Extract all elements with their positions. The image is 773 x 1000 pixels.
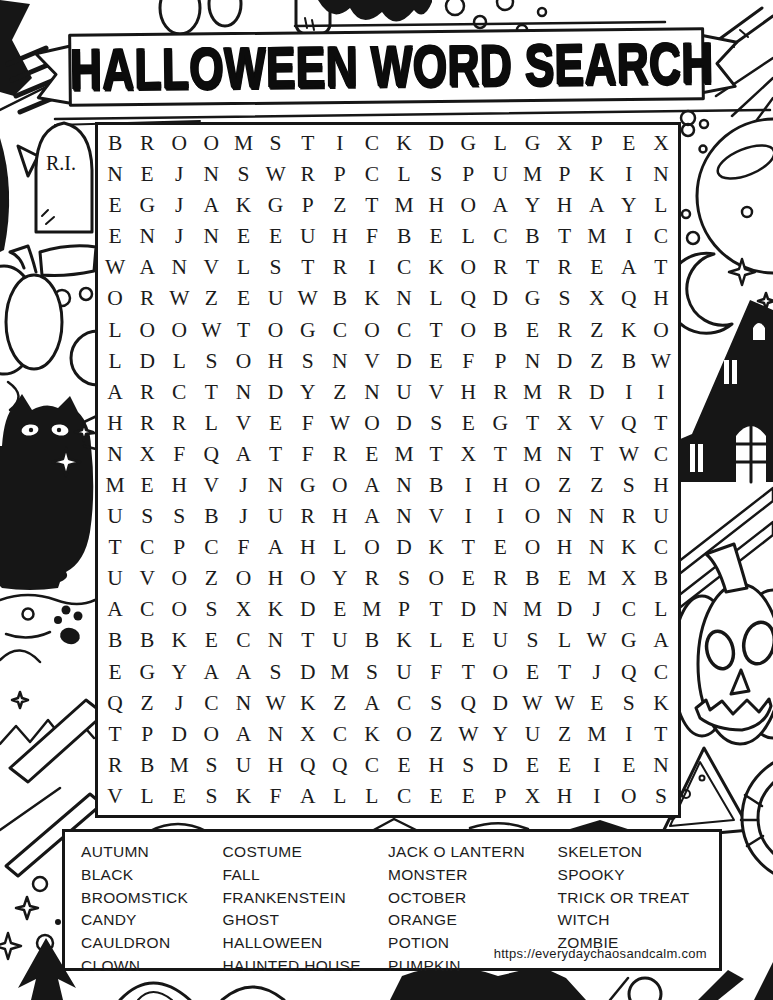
- grid-cell: U: [260, 501, 292, 532]
- grid-cell: E: [613, 128, 645, 159]
- word-list-item: COSTUME: [223, 841, 388, 864]
- grid-cell: S: [388, 563, 420, 594]
- black-cat-doodle: [0, 394, 103, 590]
- grid-cell: S: [260, 128, 292, 159]
- grid-cell: E: [420, 781, 452, 812]
- grid-cell: I: [484, 501, 516, 532]
- grid-cell: O: [516, 501, 548, 532]
- grid-cell: O: [613, 781, 645, 812]
- word-list-item: HALLOWEEN: [223, 932, 388, 955]
- grid-cell: B: [516, 221, 548, 252]
- grid-cell: F: [292, 439, 324, 470]
- grid-cell: M: [581, 221, 613, 252]
- grid-cell: V: [195, 252, 227, 283]
- grid-cell: Z: [324, 190, 356, 221]
- grid-cell: C: [388, 315, 420, 346]
- grid-cell: C: [356, 159, 388, 190]
- grid-cell: E: [613, 750, 645, 781]
- grid-cell: H: [163, 470, 195, 501]
- grid-cell: B: [388, 221, 420, 252]
- grid-cell: B: [484, 315, 516, 346]
- grid-cell: D: [260, 377, 292, 408]
- grid-cell: D: [581, 377, 613, 408]
- grid-cell: K: [388, 128, 420, 159]
- grid-cell: Z: [581, 315, 613, 346]
- grid-cell: R: [163, 408, 195, 439]
- grid-cell: U: [388, 657, 420, 688]
- grid-cell: N: [581, 532, 613, 563]
- grid-cell: N: [388, 501, 420, 532]
- grid-cell: R: [549, 315, 581, 346]
- grid-cell: O: [195, 719, 227, 750]
- page-title: HALLOWEEN WORD SEARCH: [70, 30, 704, 103]
- grid-cell: E: [195, 625, 227, 656]
- word-list-item: BROOMSTICK: [81, 887, 223, 910]
- grid-cell: X: [645, 128, 677, 159]
- grid-cell: E: [420, 221, 452, 252]
- grid-cell: N: [645, 750, 677, 781]
- grid-cell: T: [292, 128, 324, 159]
- grid-cell: L: [99, 346, 131, 377]
- grid-cell: O: [163, 128, 195, 159]
- grid-cell: S: [163, 501, 195, 532]
- grid-cell: I: [645, 377, 677, 408]
- grid-cell: O: [131, 315, 163, 346]
- grid-cell: H: [99, 408, 131, 439]
- grid-cell: S: [613, 688, 645, 719]
- grid-cell: R: [484, 377, 516, 408]
- grid-cell: Q: [195, 439, 227, 470]
- grid-cell: T: [227, 315, 259, 346]
- grid-cell: O: [99, 283, 131, 314]
- grid-cell: Y: [484, 719, 516, 750]
- website-url: https://everydaychaosandcalm.com: [494, 946, 707, 961]
- grid-cell: H: [260, 750, 292, 781]
- grid-cell: T: [549, 221, 581, 252]
- grid-cell: V: [131, 563, 163, 594]
- grid-cell: R: [324, 252, 356, 283]
- grid-cell: S: [452, 750, 484, 781]
- grid-cell: E: [356, 439, 388, 470]
- grid-cell: P: [484, 781, 516, 812]
- grid-cell: O: [452, 315, 484, 346]
- grid-cell: Z: [549, 470, 581, 501]
- grid-cell: D: [292, 657, 324, 688]
- grid-cell: I: [613, 719, 645, 750]
- grid-cell: G: [613, 625, 645, 656]
- grid-cell: E: [420, 346, 452, 377]
- grid-cell: M: [99, 470, 131, 501]
- grid-cell: H: [452, 377, 484, 408]
- grid-cell: H: [484, 470, 516, 501]
- grid-cell: M: [581, 719, 613, 750]
- word-list-column: AUTUMNBLACKBROOMSTICKCANDYCAULDRONCLOWN: [81, 841, 223, 978]
- grid-cell: N: [131, 221, 163, 252]
- grid-cell: N: [195, 221, 227, 252]
- word-list-item: WITCH: [558, 909, 720, 932]
- grid-cell: Y: [324, 563, 356, 594]
- grid-cell: Q: [613, 408, 645, 439]
- grid-cell: I: [452, 470, 484, 501]
- grid-cell: L: [356, 781, 388, 812]
- grid-cell: G: [260, 190, 292, 221]
- grid-cell: X: [613, 563, 645, 594]
- grid-cell: O: [324, 470, 356, 501]
- grid-cell: D: [163, 719, 195, 750]
- grid-cell: F: [163, 439, 195, 470]
- grid-cell: H: [549, 532, 581, 563]
- grid-cell: H: [645, 470, 677, 501]
- grid-cell: X: [581, 283, 613, 314]
- word-list-item: GHOST: [223, 909, 388, 932]
- grid-cell: C: [388, 688, 420, 719]
- grid-cell: R: [484, 563, 516, 594]
- grid-cell: E: [549, 563, 581, 594]
- grid-cell: O: [452, 190, 484, 221]
- grid-cell: B: [613, 346, 645, 377]
- grid-cell: R: [131, 128, 163, 159]
- left-edge-sliver: [0, 138, 9, 252]
- grid-cell: A: [260, 532, 292, 563]
- grid-cell: N: [260, 719, 292, 750]
- grid-cell: E: [260, 408, 292, 439]
- grid-cell: C: [645, 439, 677, 470]
- grid-cell: E: [452, 408, 484, 439]
- grid-cell: V: [195, 470, 227, 501]
- grid-cell: O: [645, 315, 677, 346]
- grid-cell: C: [195, 532, 227, 563]
- grid-cell: J: [227, 501, 259, 532]
- grid-cell: K: [163, 625, 195, 656]
- grid-cell: N: [260, 470, 292, 501]
- grid-cell: D: [388, 408, 420, 439]
- word-list-item: ORANGE: [388, 909, 557, 932]
- grid-cell: Y: [163, 657, 195, 688]
- grid-cell: N: [163, 252, 195, 283]
- grid-cell: L: [99, 315, 131, 346]
- grid-cell: A: [581, 190, 613, 221]
- grid-cell: O: [163, 594, 195, 625]
- grid-cell: M: [516, 377, 548, 408]
- grid-cell: P: [581, 128, 613, 159]
- grid-cell: Z: [581, 470, 613, 501]
- grid-cell: J: [163, 190, 195, 221]
- grid-cell: O: [388, 719, 420, 750]
- grid-cell: Q: [613, 657, 645, 688]
- grid-cell: R: [131, 377, 163, 408]
- grid-cell: P: [484, 346, 516, 377]
- grid-cell: C: [163, 377, 195, 408]
- grid-cell: G: [131, 190, 163, 221]
- grid-cell: S: [516, 625, 548, 656]
- grid-cell: E: [581, 688, 613, 719]
- grid-cell: R: [484, 252, 516, 283]
- grid-cell: W: [516, 688, 548, 719]
- grid-cell: U: [484, 159, 516, 190]
- grid-cell: P: [549, 159, 581, 190]
- grid-cell: U: [227, 750, 259, 781]
- grid-cell: H: [324, 501, 356, 532]
- grid-cell: U: [99, 563, 131, 594]
- grid-cell: Y: [516, 190, 548, 221]
- grid-cell: T: [645, 719, 677, 750]
- grid-cell: S: [613, 470, 645, 501]
- grid-cell: T: [420, 594, 452, 625]
- grid-cell: X: [227, 594, 259, 625]
- grid-cell: A: [195, 657, 227, 688]
- grid-cell: E: [324, 594, 356, 625]
- grid-cell: N: [388, 283, 420, 314]
- letter-grid: BROOMSTICKDGLGXPEXNEJNSWRPCLSPUMPKINEGJA…: [95, 122, 681, 818]
- grid-cell: Z: [420, 719, 452, 750]
- grid-cell: I: [613, 377, 645, 408]
- grid-cell: D: [292, 594, 324, 625]
- grid-cell: D: [420, 128, 452, 159]
- grid-cell: C: [195, 688, 227, 719]
- grid-cell: W: [324, 408, 356, 439]
- grid-cell: D: [484, 688, 516, 719]
- grid-cell: W: [645, 346, 677, 377]
- grid-cell: M: [324, 657, 356, 688]
- grid-cell: F: [260, 781, 292, 812]
- grid-cell: H: [324, 221, 356, 252]
- grid-cell: H: [292, 532, 324, 563]
- word-list-item: SKELETON: [558, 841, 720, 864]
- grid-cell: H: [549, 781, 581, 812]
- grid-cell: O: [227, 346, 259, 377]
- grid-cell: T: [420, 315, 452, 346]
- grid-cell: E: [484, 532, 516, 563]
- grid-cell: T: [452, 657, 484, 688]
- grid-cell: J: [163, 159, 195, 190]
- grid-cell: B: [99, 625, 131, 656]
- grid-cell: R: [324, 439, 356, 470]
- grid-cell: H: [420, 190, 452, 221]
- grid-cell: C: [356, 128, 388, 159]
- grid-cell: S: [131, 501, 163, 532]
- grid-cell: D: [452, 594, 484, 625]
- grid-cell: P: [452, 159, 484, 190]
- worksheet-page: R.I.: [0, 0, 773, 1000]
- grid-cell: E: [163, 781, 195, 812]
- grid-cell: Q: [452, 688, 484, 719]
- grid-cell: O: [195, 128, 227, 159]
- grid-cell: S: [227, 159, 259, 190]
- grid-cell: X: [452, 439, 484, 470]
- grid-cell: I: [581, 781, 613, 812]
- grid-cell: S: [195, 346, 227, 377]
- word-list-item: FRANKENSTEIN: [223, 887, 388, 910]
- grid-cell: T: [516, 408, 548, 439]
- grid-cell: B: [131, 750, 163, 781]
- grid-cell: O: [260, 315, 292, 346]
- grid-cell: V: [420, 377, 452, 408]
- grid-cell: N: [549, 501, 581, 532]
- grid-cell: A: [227, 719, 259, 750]
- grid-cell: X: [131, 439, 163, 470]
- grid-cell: N: [324, 346, 356, 377]
- grid-cell: Q: [452, 283, 484, 314]
- grid-cell: N: [99, 439, 131, 470]
- grid-cell: N: [260, 625, 292, 656]
- word-list-column: COSTUMEFALLFRANKENSTEINGHOSTHALLOWEENHAU…: [223, 841, 388, 978]
- grid-cell: O: [356, 532, 388, 563]
- word-list-item: FALL: [223, 864, 388, 887]
- grid-cell: E: [99, 221, 131, 252]
- grid-cell: T: [292, 625, 324, 656]
- grid-cell: S: [420, 408, 452, 439]
- grid-cell: L: [645, 190, 677, 221]
- grid-cell: I: [581, 750, 613, 781]
- grid-cell: K: [356, 283, 388, 314]
- grid-cell: O: [163, 315, 195, 346]
- grid-cell: S: [292, 346, 324, 377]
- grid-cell: I: [324, 128, 356, 159]
- ground-curves-doodle: [0, 595, 95, 662]
- grid-cell: R: [549, 377, 581, 408]
- grid-cell: F: [292, 408, 324, 439]
- grid-cell: N: [645, 159, 677, 190]
- grid-cell: I: [356, 252, 388, 283]
- grid-cell: E: [452, 563, 484, 594]
- grid-cell: K: [227, 781, 259, 812]
- grid-cell: B: [356, 625, 388, 656]
- grid-cell: T: [452, 532, 484, 563]
- grid-cell: M: [516, 159, 548, 190]
- grid-cell: M: [388, 439, 420, 470]
- grid-cell: S: [260, 657, 292, 688]
- grid-cell: C: [227, 625, 259, 656]
- grid-cell: L: [549, 625, 581, 656]
- grid-cell: G: [484, 408, 516, 439]
- grid-cell: A: [356, 470, 388, 501]
- grid-cell: O: [484, 657, 516, 688]
- grid-cell: W: [99, 252, 131, 283]
- grid-cell: W: [163, 283, 195, 314]
- grid-cell: C: [645, 532, 677, 563]
- grid-cell: M: [581, 563, 613, 594]
- grid-cell: A: [356, 501, 388, 532]
- grid-cell: L: [324, 532, 356, 563]
- grid-cell: O: [420, 563, 452, 594]
- grid-cell: P: [388, 594, 420, 625]
- grid-cell: N: [484, 594, 516, 625]
- grid-cell: Z: [195, 283, 227, 314]
- grid-cell: D: [484, 283, 516, 314]
- grid-cell: S: [356, 657, 388, 688]
- grid-cell: E: [388, 750, 420, 781]
- grid-cell: W: [195, 315, 227, 346]
- grid-cell: B: [516, 563, 548, 594]
- grid-cell: F: [356, 221, 388, 252]
- grid-cell: P: [163, 532, 195, 563]
- grid-cell: U: [324, 625, 356, 656]
- grid-cell: S: [195, 750, 227, 781]
- potion-orb-doodle: [682, 119, 773, 273]
- word-list-item: MONSTER: [388, 864, 557, 887]
- grid-cell: N: [227, 377, 259, 408]
- grid-cell: X: [549, 408, 581, 439]
- grid-cell: A: [131, 252, 163, 283]
- grid-cell: O: [516, 532, 548, 563]
- grid-cell: Z: [549, 719, 581, 750]
- grid-cell: S: [260, 252, 292, 283]
- grid-cell: V: [227, 408, 259, 439]
- grid-cell: H: [549, 190, 581, 221]
- grid-cell: B: [420, 470, 452, 501]
- word-list-box: AUTUMNBLACKBROOMSTICKCANDYCAULDRONCLOWNC…: [62, 829, 722, 971]
- word-list-item: JACK O LANTERN: [388, 841, 557, 864]
- grid-cell: N: [549, 439, 581, 470]
- grid-cell: M: [388, 190, 420, 221]
- grid-cell: O: [356, 408, 388, 439]
- jack-o-lantern-doodle: [672, 544, 773, 744]
- grid-cell: A: [99, 594, 131, 625]
- grid-cell: V: [356, 346, 388, 377]
- grid-cell: O: [452, 252, 484, 283]
- grid-cell: O: [356, 315, 388, 346]
- grid-cell: C: [324, 719, 356, 750]
- grid-cell: I: [613, 159, 645, 190]
- grid-cell: R: [613, 501, 645, 532]
- grid-cell: F: [420, 657, 452, 688]
- grid-cell: P: [131, 719, 163, 750]
- paw-print-icon: [54, 606, 83, 647]
- title-banner: HALLOWEEN WORD SEARCH: [28, 20, 746, 116]
- grid-cell: Q: [292, 750, 324, 781]
- grid-cell: T: [484, 439, 516, 470]
- grid-cell: A: [613, 252, 645, 283]
- tombstone-text: R.I.: [46, 152, 76, 174]
- grid-cell: F: [227, 532, 259, 563]
- grid-cell: H: [645, 283, 677, 314]
- grid-cell: I: [613, 221, 645, 252]
- grid-cell: P: [324, 159, 356, 190]
- grid-cell: O: [227, 563, 259, 594]
- grid-cell: E: [549, 750, 581, 781]
- word-list-item: OCTOBER: [388, 887, 557, 910]
- grid-cell: Z: [324, 688, 356, 719]
- grid-cell: T: [356, 190, 388, 221]
- grid-cell: B: [645, 563, 677, 594]
- grid-cell: T: [549, 657, 581, 688]
- grid-cell: R: [99, 750, 131, 781]
- grid-cell: C: [484, 221, 516, 252]
- grid-cell: K: [292, 688, 324, 719]
- grid-cell: V: [581, 408, 613, 439]
- grid-cell: J: [581, 657, 613, 688]
- grid-cell: U: [484, 625, 516, 656]
- grid-cell: M: [516, 594, 548, 625]
- grid-cell: O: [292, 563, 324, 594]
- grid-cell: K: [613, 532, 645, 563]
- grid-cell: W: [613, 439, 645, 470]
- grid-cell: L: [420, 625, 452, 656]
- grid-cell: N: [388, 470, 420, 501]
- grid-cell: J: [581, 594, 613, 625]
- grid-cell: S: [195, 781, 227, 812]
- grid-cell: G: [516, 128, 548, 159]
- word-list-item: SPOOKY: [558, 864, 720, 887]
- grid-cell: D: [549, 346, 581, 377]
- grid-cell: T: [420, 439, 452, 470]
- grid-cell: D: [549, 594, 581, 625]
- grid-cell: K: [420, 532, 452, 563]
- grid-cell: C: [131, 594, 163, 625]
- grid-cell: T: [99, 719, 131, 750]
- grid-cell: V: [99, 781, 131, 812]
- grid-cell: Z: [581, 346, 613, 377]
